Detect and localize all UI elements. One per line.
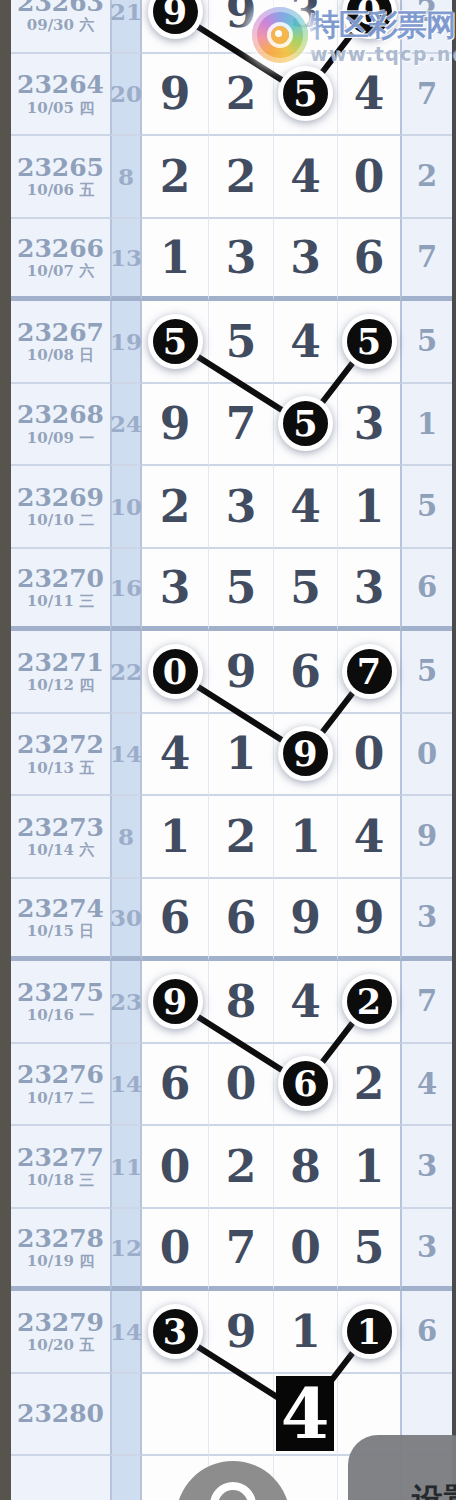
highlighted-digit-circle: 2 (342, 974, 397, 1029)
digit-cell: 0 (273, 1209, 337, 1292)
issue-date: 10/13 五 (27, 760, 94, 777)
digit-cell: 1 (337, 466, 400, 549)
highlighted-digit-circle: 9 (148, 974, 203, 1029)
fifth-digit-cell: 6 (400, 549, 452, 632)
digit-value: 2 (357, 981, 381, 1022)
sum-value: 10 (110, 493, 142, 520)
issue-cell: 2326810/09 一 (11, 384, 110, 467)
issue-number: 23265 (17, 154, 104, 182)
sum-value-cell: 22 (110, 631, 142, 714)
fifth-digit-cell: 1 (400, 384, 452, 467)
highlighted-digit-circle: 0 (342, 0, 397, 39)
digit-cell (208, 1374, 273, 1457)
predicted-digit-cell: 4 (276, 1376, 334, 1452)
lottery-trend-grid: 2326309/30 六21993022326410/05 四209254723… (11, 0, 452, 1500)
fifth-digit-value: 5 (417, 654, 437, 688)
issue-number: 23271 (17, 649, 104, 677)
digit-value: 9 (290, 892, 321, 943)
digit-value: 5 (226, 562, 257, 613)
digit-value: 9 (226, 646, 257, 697)
fifth-digit-value: 3 (417, 1149, 437, 1183)
sum-value-cell: 8 (110, 796, 142, 879)
issue-date: 10/11 三 (27, 593, 94, 610)
digit-value: 9 (160, 68, 191, 119)
digit-value: 6 (293, 1063, 317, 1104)
digit-value: 0 (357, 0, 381, 32)
digit-value: 0 (160, 1141, 191, 1192)
digit-value: 6 (160, 892, 191, 943)
digit-value: 0 (160, 1222, 191, 1273)
digit-cell: 7 (208, 384, 273, 467)
digit-cell: 9 (273, 879, 337, 962)
fifth-digit-cell: 4 (400, 1044, 452, 1127)
issue-number: 23279 (17, 1309, 104, 1337)
fifth-digit-value: 2 (417, 0, 437, 28)
issue-cell: 2326710/08 日 (11, 301, 110, 384)
digit-value: 3 (226, 232, 257, 283)
digit-value: 5 (354, 1222, 385, 1273)
sum-value: 8 (118, 163, 134, 190)
digit-cell: 0 (142, 1209, 208, 1292)
digit-value: 7 (357, 651, 381, 692)
digit-value: 9 (163, 0, 187, 32)
fifth-digit-cell: 7 (400, 54, 452, 137)
digit-value: 6 (354, 232, 385, 283)
issue-date: 10/18 三 (27, 1172, 94, 1189)
sum-value: 20 (110, 80, 142, 107)
issue-date: 09/30 六 (27, 17, 94, 34)
highlighted-digit-circle: 3 (148, 1304, 203, 1359)
screen-edge-left (0, 0, 11, 1500)
digit-cell: 9 (142, 54, 208, 137)
highlighted-digit-circle: 5 (148, 314, 203, 369)
digit-cell (142, 1374, 208, 1457)
issue-cell: 2327210/13 五 (11, 714, 110, 797)
digit-cell: 4 (337, 54, 400, 137)
issue-number: 23276 (17, 1061, 104, 1089)
issue-cell: 2327110/12 四 (11, 631, 110, 714)
digit-cell: 6 (273, 1044, 337, 1127)
fifth-digit-value: 7 (417, 984, 437, 1018)
sum-value-cell: 24 (110, 384, 142, 467)
issue-cell: 2326309/30 六 (11, 0, 110, 54)
digit-value: 2 (226, 1141, 257, 1192)
digit-cell: 0 (337, 714, 400, 797)
digit-value: 4 (354, 68, 385, 119)
issue-date: 10/15 日 (27, 923, 94, 940)
highlighted-digit-circle: 5 (278, 396, 333, 451)
digit-cell: 5 (337, 1209, 400, 1292)
digit-value: 3 (163, 1311, 187, 1352)
issue-date: 10/07 六 (27, 263, 94, 280)
issue-cell: 2327710/18 三 (11, 1126, 110, 1209)
digit-cell: 1 (273, 1291, 337, 1374)
sum-value-cell: 20 (110, 54, 142, 137)
ring-icon (210, 1482, 256, 1500)
digit-cell: 5 (273, 549, 337, 632)
digit-value: 8 (290, 1141, 321, 1192)
digit-cell: 1 (337, 1126, 400, 1209)
digit-value: 9 (226, 0, 257, 37)
fifth-digit-value: 7 (417, 240, 437, 274)
issue-cell: 2327010/11 三 (11, 549, 110, 632)
issue-number: 23274 (17, 895, 104, 923)
digit-value: 4 (290, 976, 321, 1027)
fifth-digit-value: 5 (417, 489, 437, 523)
digit-cell: 9 (208, 631, 273, 714)
highlighted-digit-circle: 5 (278, 66, 333, 121)
digit-cell: 2 (142, 466, 208, 549)
sum-value: 12 (110, 1234, 142, 1261)
digit-value: 2 (160, 151, 191, 202)
digit-cell: 0 (142, 1126, 208, 1209)
issue-cell: 2327410/15 日 (11, 879, 110, 962)
digit-value: 3 (290, 232, 321, 283)
predicted-digit-value: 4 (281, 1372, 330, 1455)
digit-value: 2 (226, 68, 257, 119)
sum-value-cell: 23 (110, 961, 142, 1044)
fifth-digit-value: 3 (417, 900, 437, 934)
digit-cell: 6 (142, 1044, 208, 1127)
issue-date: 10/16 一 (27, 1007, 94, 1024)
issue-date: 10/20 五 (27, 1337, 94, 1354)
issue-number: 23275 (17, 979, 104, 1007)
sum-value: 21 (110, 0, 142, 25)
fifth-digit-value: 9 (417, 819, 437, 853)
fifth-digit-cell: 2 (400, 0, 452, 54)
digit-value: 5 (293, 403, 317, 444)
digit-value: 6 (290, 646, 321, 697)
digit-cell: 5 (273, 54, 337, 137)
digit-cell: 0 (142, 631, 208, 714)
fifth-digit-value: 6 (417, 1314, 437, 1348)
issue-number: 23280 (17, 1400, 104, 1428)
digit-value: 0 (290, 1222, 321, 1273)
sum-value-cell: 30 (110, 879, 142, 962)
digit-cell: 1 (273, 796, 337, 879)
digit-cell: 5 (337, 301, 400, 384)
issue-date: 10/10 二 (27, 512, 94, 529)
digit-cell: 9 (208, 0, 273, 54)
digit-cell: 5 (208, 301, 273, 384)
digit-value: 9 (354, 892, 385, 943)
digit-value: 6 (226, 892, 257, 943)
digit-cell: 2 (208, 1126, 273, 1209)
digit-value: 9 (226, 1306, 257, 1357)
digit-value: 1 (160, 232, 191, 283)
issue-number: 23273 (17, 814, 104, 842)
digit-value: 0 (226, 1058, 257, 1109)
digit-cell: 6 (337, 219, 400, 302)
issue-date: 10/17 二 (27, 1090, 94, 1107)
digit-cell: 2 (208, 796, 273, 879)
digit-value: 4 (290, 481, 321, 532)
digit-value: 1 (357, 1311, 381, 1352)
digit-value: 5 (290, 562, 321, 613)
sum-value-cell: 8 (110, 136, 142, 219)
issue-number: 23277 (17, 1144, 104, 1172)
sum-value: 13 (110, 244, 142, 271)
fifth-digit-cell: 2 (400, 136, 452, 219)
digit-cell: 8 (208, 961, 273, 1044)
digit-cell: 1 (142, 219, 208, 302)
sum-value-cell: 16 (110, 549, 142, 632)
digit-value: 0 (354, 151, 385, 202)
fifth-digit-cell: 5 (400, 466, 452, 549)
issue-number: 23264 (17, 71, 104, 99)
digit-cell: 5 (273, 384, 337, 467)
issue-date: 10/05 四 (27, 100, 94, 117)
fifth-digit-value: 7 (417, 77, 437, 111)
digit-cell: 2 (208, 136, 273, 219)
issue-number: 23278 (17, 1225, 104, 1253)
digit-cell: 5 (142, 301, 208, 384)
highlighted-digit-circle: 0 (148, 644, 203, 699)
sum-value-cell: 14 (110, 714, 142, 797)
issue-cell: 2326910/10 二 (11, 466, 110, 549)
issue-cell: 2327310/14 六 (11, 796, 110, 879)
issue-number: 23268 (17, 401, 104, 429)
digit-cell: 0 (337, 0, 400, 54)
issue-cell: 2326410/05 四 (11, 54, 110, 137)
issue-number: 23266 (17, 235, 104, 263)
sum-value-cell: 14 (110, 1291, 142, 1374)
issue-date: 10/06 五 (27, 182, 94, 199)
fifth-digit-cell: 3 (400, 1209, 452, 1292)
screen-edge-right (452, 0, 456, 1500)
sum-value: 30 (110, 904, 142, 931)
digit-cell: 4 (273, 301, 337, 384)
sum-value: 14 (110, 740, 142, 767)
sum-value-cell (110, 1374, 142, 1457)
digit-value: 8 (226, 976, 257, 1027)
fifth-digit-value: 0 (417, 737, 437, 771)
sum-value-cell: 10 (110, 466, 142, 549)
digit-value: 5 (293, 73, 317, 114)
sum-value-cell: 12 (110, 1209, 142, 1292)
digit-cell: 7 (337, 631, 400, 714)
digit-cell: 1 (208, 714, 273, 797)
fifth-digit-cell: 7 (400, 219, 452, 302)
issue-cell: 2326610/07 六 (11, 219, 110, 302)
issue-number: 23272 (17, 731, 104, 759)
issue-number: 23270 (17, 565, 104, 593)
fifth-digit-cell: 5 (400, 301, 452, 384)
fifth-digit-value: 5 (417, 324, 437, 358)
sum-value-cell: 21 (110, 0, 142, 54)
fifth-digit-cell: 3 (400, 879, 452, 962)
digit-value: 3 (290, 0, 321, 37)
highlighted-digit-circle: 6 (278, 1056, 333, 1111)
sum-value: 24 (110, 410, 142, 437)
digit-cell: 2 (208, 54, 273, 137)
sum-value: 22 (110, 658, 142, 685)
digit-value: 5 (163, 321, 187, 362)
sum-value: 11 (110, 1153, 142, 1180)
fifth-digit-cell: 3 (400, 1126, 452, 1209)
digit-value: 1 (354, 1141, 385, 1192)
issue-cell: 2327910/20 五 (11, 1291, 110, 1374)
digit-value: 2 (354, 1058, 385, 1109)
digit-cell: 0 (208, 1044, 273, 1127)
digit-value: 7 (226, 1222, 257, 1273)
digit-cell: 3 (337, 549, 400, 632)
sum-value-cell: 14 (110, 1044, 142, 1127)
digit-cell: 3 (142, 549, 208, 632)
issue-cell: 2327510/16 一 (11, 961, 110, 1044)
digit-cell: 3 (142, 1291, 208, 1374)
issue-cell: 2327810/19 四 (11, 1209, 110, 1292)
settings-button[interactable]: 设置 (348, 1435, 456, 1500)
sum-value: 14 (110, 1318, 142, 1345)
digit-value: 1 (354, 481, 385, 532)
highlighted-digit-circle: 9 (278, 726, 333, 781)
digit-value: 3 (354, 398, 385, 449)
digit-value: 3 (226, 481, 257, 532)
digit-cell: 4 (273, 1374, 337, 1457)
digit-cell: 9 (337, 879, 400, 962)
digit-value: 3 (354, 562, 385, 613)
digit-cell: 6 (208, 879, 273, 962)
fifth-digit-cell: 6 (400, 1291, 452, 1374)
digit-value: 3 (160, 562, 191, 613)
issue-cell: 2326510/06 五 (11, 136, 110, 219)
fifth-digit-cell: 5 (400, 631, 452, 714)
digit-cell: 2 (337, 961, 400, 1044)
digit-value: 0 (163, 651, 187, 692)
digit-cell: 0 (337, 136, 400, 219)
digit-cell: 9 (142, 0, 208, 54)
digit-cell: 4 (273, 961, 337, 1044)
digit-value: 5 (357, 321, 381, 362)
fifth-digit-cell: 7 (400, 961, 452, 1044)
issue-date: 10/08 日 (27, 347, 94, 364)
digit-value: 4 (290, 151, 321, 202)
digit-cell: 9 (142, 384, 208, 467)
digit-value: 1 (290, 1306, 321, 1357)
digit-value: 7 (226, 398, 257, 449)
fifth-digit-cell: 0 (400, 714, 452, 797)
sum-value: 19 (110, 328, 142, 355)
issue-date: 10/09 一 (27, 430, 94, 447)
sum-value: 23 (110, 988, 142, 1015)
digit-cell: 8 (273, 1126, 337, 1209)
fifth-digit-value: 1 (417, 407, 437, 441)
highlighted-digit-circle: 1 (342, 1304, 397, 1359)
sum-value-cell: 11 (110, 1126, 142, 1209)
digit-cell: 3 (208, 219, 273, 302)
issue-number: 23269 (17, 484, 104, 512)
digit-value: 9 (293, 733, 317, 774)
sum-value: 14 (110, 1070, 142, 1097)
digit-cell: 4 (142, 714, 208, 797)
digit-cell: 3 (208, 466, 273, 549)
digit-value: 1 (290, 811, 321, 862)
sum-value: 8 (118, 823, 134, 850)
issue-cell: 23280 (11, 1374, 110, 1457)
empty-cell (110, 1456, 142, 1500)
fifth-digit-value: 3 (417, 1230, 437, 1264)
digit-cell: 1 (142, 796, 208, 879)
digit-cell: 5 (208, 549, 273, 632)
digit-value: 1 (160, 811, 191, 862)
highlighted-digit-circle: 7 (342, 644, 397, 699)
digit-value: 2 (160, 481, 191, 532)
highlighted-digit-circle: 9 (148, 0, 203, 39)
digit-cell: 9 (208, 1291, 273, 1374)
digit-cell: 4 (273, 466, 337, 549)
issue-cell: 2327610/17 二 (11, 1044, 110, 1127)
fifth-digit-value: 6 (417, 570, 437, 604)
digit-cell: 6 (142, 879, 208, 962)
fifth-digit-value: 4 (417, 1067, 437, 1101)
digit-cell: 2 (142, 136, 208, 219)
sum-value: 16 (110, 574, 142, 601)
digit-cell: 1 (337, 1291, 400, 1374)
empty-cell (11, 1456, 110, 1500)
issue-number: 23267 (17, 319, 104, 347)
digit-value: 0 (354, 728, 385, 779)
digit-value: 2 (226, 151, 257, 202)
digit-value: 4 (160, 728, 191, 779)
digit-cell: 9 (142, 961, 208, 1044)
issue-date: 10/19 四 (27, 1253, 94, 1270)
digit-cell: 2 (337, 1044, 400, 1127)
digit-value: 5 (226, 316, 257, 367)
digit-cell: 9 (273, 714, 337, 797)
fifth-digit-cell: 9 (400, 796, 452, 879)
digit-value: 1 (226, 728, 257, 779)
digit-value: 2 (226, 811, 257, 862)
digit-value: 9 (160, 398, 191, 449)
digit-value: 9 (163, 981, 187, 1022)
digit-value: 6 (160, 1058, 191, 1109)
digit-cell: 3 (337, 384, 400, 467)
digit-cell: 3 (273, 219, 337, 302)
digit-value: 4 (354, 811, 385, 862)
digit-cell: 4 (273, 136, 337, 219)
digit-cell: 6 (273, 631, 337, 714)
sum-value-cell: 19 (110, 301, 142, 384)
settings-button-label: 设置 (412, 1479, 456, 1500)
sum-value-cell: 13 (110, 219, 142, 302)
issue-date: 10/12 四 (27, 677, 94, 694)
digit-value: 4 (290, 316, 321, 367)
highlighted-digit-circle: 5 (342, 314, 397, 369)
digit-cell: 4 (337, 796, 400, 879)
digit-cell: 3 (273, 0, 337, 54)
issue-number: 23263 (17, 0, 104, 16)
issue-date: 10/14 六 (27, 842, 94, 859)
fifth-digit-value: 2 (417, 159, 437, 193)
digit-cell: 7 (208, 1209, 273, 1292)
